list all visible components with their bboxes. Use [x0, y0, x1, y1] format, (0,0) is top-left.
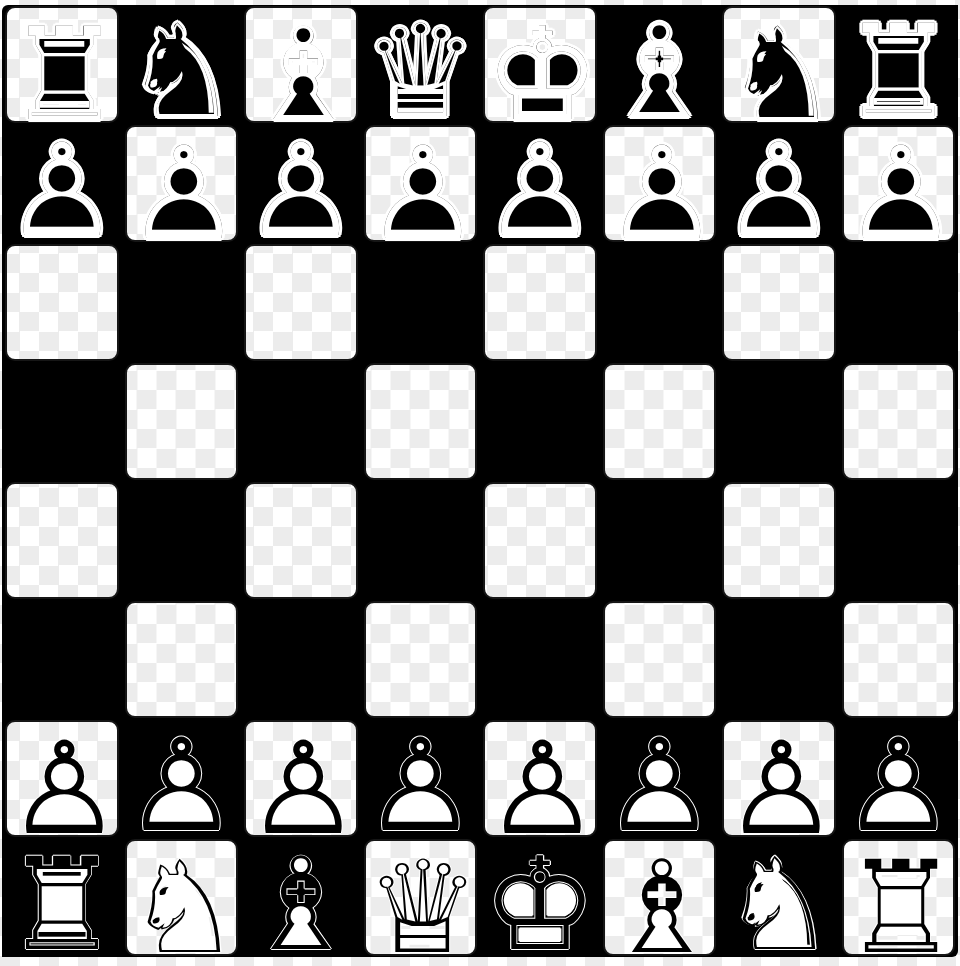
knight-outline-glyph: ♘ — [127, 844, 242, 966]
square-d6[interactable] — [361, 243, 481, 362]
square-b3[interactable] — [125, 601, 239, 718]
square-b5[interactable] — [125, 363, 239, 480]
square-g6[interactable] — [722, 244, 836, 361]
square-e5[interactable] — [480, 362, 600, 481]
black-pawn[interactable]: ♟♙ — [2, 127, 122, 246]
square-a8[interactable]: ♜♖ — [5, 6, 119, 123]
square-b1[interactable]: ♞♘ — [125, 839, 239, 956]
square-h8[interactable]: ♜♖ — [839, 5, 959, 124]
white-bishop[interactable]: ♝♗ — [241, 841, 361, 960]
pawn-outline-glyph: ♙ — [844, 130, 959, 258]
black-knight[interactable]: ♞♘ — [122, 8, 242, 127]
square-d4[interactable] — [361, 481, 481, 600]
square-d2[interactable]: ♟♙ — [361, 719, 481, 838]
square-h4[interactable] — [839, 481, 959, 600]
square-f2[interactable]: ♟♙ — [600, 719, 720, 838]
knight-outline-glyph: ♘ — [721, 841, 836, 966]
white-rook[interactable]: ♜♖ — [844, 844, 954, 957]
black-queen[interactable]: ♛♕ — [361, 8, 481, 127]
square-a7[interactable]: ♟♙ — [2, 124, 122, 243]
black-pawn[interactable]: ♟♙ — [241, 127, 361, 246]
black-pawn[interactable]: ♟♙ — [480, 127, 600, 246]
pawn-outline-glyph: ♙ — [127, 130, 242, 258]
square-e6[interactable] — [483, 244, 597, 361]
white-knight[interactable]: ♞♘ — [127, 844, 237, 957]
black-king[interactable]: ♚♔ — [485, 11, 595, 124]
black-pawn[interactable]: ♟♙ — [605, 130, 715, 243]
square-f1[interactable]: ♝♗ — [603, 839, 717, 956]
white-pawn[interactable]: ♟♙ — [724, 725, 834, 838]
black-pawn[interactable]: ♟♙ — [719, 127, 839, 246]
black-pawn[interactable]: ♟♙ — [366, 130, 476, 243]
square-c3[interactable] — [241, 600, 361, 719]
white-rook[interactable]: ♜♖ — [2, 841, 122, 960]
white-knight[interactable]: ♞♘ — [719, 841, 839, 960]
square-b7[interactable]: ♟♙ — [125, 125, 239, 242]
square-c7[interactable]: ♟♙ — [241, 124, 361, 243]
square-b8[interactable]: ♞♘ — [122, 5, 242, 124]
black-pawn[interactable]: ♟♙ — [127, 130, 237, 243]
square-g8[interactable]: ♞♘ — [722, 6, 836, 123]
rook-outline-glyph: ♖ — [4, 841, 119, 966]
square-g3[interactable] — [719, 600, 839, 719]
white-pawn[interactable]: ♟♙ — [122, 722, 242, 841]
square-c6[interactable] — [244, 244, 358, 361]
pawn-outline-glyph: ♙ — [605, 130, 720, 258]
square-f6[interactable] — [600, 243, 720, 362]
square-d7[interactable]: ♟♙ — [364, 125, 478, 242]
queen-outline-glyph: ♕ — [366, 844, 481, 966]
black-bishop[interactable]: ♝♗ — [246, 11, 356, 124]
white-king[interactable]: ♚♔ — [480, 841, 600, 960]
square-h1[interactable]: ♜♖ — [842, 839, 956, 956]
square-g2[interactable]: ♟♙ — [722, 720, 836, 837]
square-f7[interactable]: ♟♙ — [603, 125, 717, 242]
black-pawn[interactable]: ♟♙ — [844, 130, 954, 243]
square-e8[interactable]: ♚♔ — [483, 6, 597, 123]
pawn-outline-glyph: ♙ — [243, 127, 358, 255]
square-a6[interactable] — [5, 244, 119, 361]
white-pawn[interactable]: ♟♙ — [7, 725, 117, 838]
square-g5[interactable] — [719, 362, 839, 481]
square-e1[interactable]: ♚♔ — [480, 838, 600, 957]
square-e3[interactable] — [480, 600, 600, 719]
rook-outline-glyph: ♖ — [844, 844, 959, 966]
square-f3[interactable] — [603, 601, 717, 718]
square-a1[interactable]: ♜♖ — [2, 838, 122, 957]
square-h3[interactable] — [842, 601, 956, 718]
square-a2[interactable]: ♟♙ — [5, 720, 119, 837]
white-pawn[interactable]: ♟♙ — [361, 722, 481, 841]
square-g1[interactable]: ♞♘ — [719, 838, 839, 957]
rook-outline-glyph: ♖ — [841, 8, 956, 136]
bishop-outline-glyph: ♗ — [605, 844, 720, 966]
square-e2[interactable]: ♟♙ — [483, 720, 597, 837]
square-h7[interactable]: ♟♙ — [842, 125, 956, 242]
white-pawn[interactable]: ♟♙ — [600, 722, 720, 841]
chess-board: ♜♖♞♘♝♗♛♕♚♔♝♗♞♘♜♖♟♙♟♙♟♙♟♙♟♙♟♙♟♙♟♙♟♙♟♙♟♙♟♙… — [2, 5, 958, 957]
square-c2[interactable]: ♟♙ — [244, 720, 358, 837]
square-e4[interactable] — [483, 482, 597, 599]
square-b2[interactable]: ♟♙ — [122, 719, 242, 838]
queen-outline-glyph: ♕ — [363, 8, 478, 136]
square-a5[interactable] — [2, 362, 122, 481]
white-queen[interactable]: ♛♕ — [366, 844, 476, 957]
bishop-outline-glyph: ♗ — [243, 841, 358, 966]
square-a3[interactable] — [2, 600, 122, 719]
square-f8[interactable]: ♝♗ — [600, 5, 720, 124]
white-pawn[interactable]: ♟♙ — [246, 725, 356, 838]
pawn-outline-glyph: ♙ — [721, 127, 836, 255]
knight-outline-glyph: ♘ — [124, 8, 239, 136]
square-c4[interactable] — [244, 482, 358, 599]
square-f4[interactable] — [600, 481, 720, 600]
white-pawn[interactable]: ♟♙ — [485, 725, 595, 838]
square-d3[interactable] — [364, 601, 478, 718]
square-d1[interactable]: ♛♕ — [364, 839, 478, 956]
square-c1[interactable]: ♝♗ — [241, 838, 361, 957]
square-c5[interactable] — [241, 362, 361, 481]
pawn-outline-glyph: ♙ — [841, 722, 956, 850]
square-h2[interactable]: ♟♙ — [839, 719, 959, 838]
square-d8[interactable]: ♛♕ — [361, 5, 481, 124]
square-g4[interactable] — [722, 482, 836, 599]
square-h5[interactable] — [842, 363, 956, 480]
black-knight[interactable]: ♞♘ — [724, 11, 834, 124]
square-b6[interactable] — [122, 243, 242, 362]
pawn-outline-glyph: ♙ — [363, 722, 478, 850]
pawn-outline-glyph: ♙ — [124, 722, 239, 850]
square-g7[interactable]: ♟♙ — [719, 124, 839, 243]
pawn-outline-glyph: ♙ — [602, 722, 717, 850]
square-c8[interactable]: ♝♗ — [244, 6, 358, 123]
pawn-outline-glyph: ♙ — [4, 127, 119, 255]
square-b4[interactable] — [122, 481, 242, 600]
pawn-outline-glyph: ♙ — [482, 127, 597, 255]
black-rook[interactable]: ♜♖ — [7, 11, 117, 124]
black-bishop[interactable]: ♝♗ — [600, 8, 720, 127]
white-bishop[interactable]: ♝♗ — [605, 844, 715, 957]
white-pawn[interactable]: ♟♙ — [839, 722, 959, 841]
black-rook[interactable]: ♜♖ — [839, 8, 959, 127]
square-a4[interactable] — [5, 482, 119, 599]
king-outline-glyph: ♔ — [482, 841, 597, 966]
square-h6[interactable] — [839, 243, 959, 362]
page-background: { "game": "chess", "position": "rnbqkbnr… — [0, 0, 960, 966]
pawn-outline-glyph: ♙ — [366, 130, 481, 258]
square-e7[interactable]: ♟♙ — [480, 124, 600, 243]
square-f5[interactable] — [603, 363, 717, 480]
bishop-outline-glyph: ♗ — [602, 8, 717, 136]
square-d5[interactable] — [364, 363, 478, 480]
